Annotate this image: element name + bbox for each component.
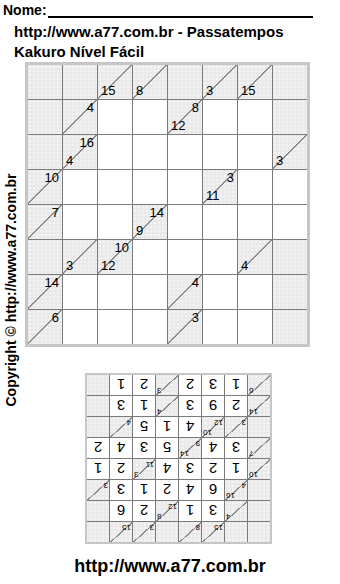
across-clue: 6 xyxy=(52,311,59,325)
solution-cell-r6c3: 1012 xyxy=(202,417,224,437)
solution-cell-r4c6: 311 xyxy=(133,459,155,479)
puzzle-cell-r5c8[interactable] xyxy=(273,205,307,239)
solution-cell-r5c4: 149 xyxy=(179,438,201,458)
kakuro-puzzle-grid: 1583154812164310311714931012414463 xyxy=(25,62,310,347)
solution-cell-r6c7: 4 xyxy=(110,417,132,437)
solution-cell-r8c2: 1 xyxy=(225,375,247,395)
across-clue: 4 xyxy=(192,276,199,290)
puzzle-cell-r2c1 xyxy=(28,100,62,134)
down-clue: 4 xyxy=(127,418,131,426)
puzzle-cell-r2c8 xyxy=(273,100,307,134)
solution-digit: 4 xyxy=(202,438,224,458)
solution-digit: 3 xyxy=(179,396,201,416)
solution-cell-r8c7: 1 xyxy=(110,375,132,395)
puzzle-cell-r4c6: 311 xyxy=(203,170,237,204)
puzzle-cell-r8c4[interactable] xyxy=(133,310,167,344)
solution-cell-r3c2: 164 xyxy=(225,480,247,500)
solution-digit: 6 xyxy=(202,480,224,500)
solution-cell-r8c6: 2 xyxy=(133,375,155,395)
solution-cell-r2c7: 6 xyxy=(110,501,132,521)
solution-digit: 3 xyxy=(110,480,132,500)
puzzle-cell-r4c3[interactable] xyxy=(98,170,132,204)
solution-digit: 2 xyxy=(133,501,155,521)
puzzle-cell-r1c5 xyxy=(168,65,202,99)
down-clue: 11 xyxy=(146,460,154,468)
down-clue: 8 xyxy=(136,84,143,98)
down-clue: 15 xyxy=(101,84,115,98)
across-clue: 4 xyxy=(157,407,161,415)
solution-cell-r1c2 xyxy=(225,522,247,542)
solution-digit: 3 xyxy=(225,438,247,458)
solution-digit: 2 xyxy=(110,459,132,479)
puzzle-cell-r7c1: 14 xyxy=(28,275,62,309)
solution-digit: 3 xyxy=(133,438,155,458)
solution-cell-r6c1 xyxy=(248,417,270,437)
puzzle-cell-r2c2: 4 xyxy=(63,100,97,134)
puzzle-cell-r4c8[interactable] xyxy=(273,170,307,204)
down-clue: 4 xyxy=(242,481,246,489)
puzzle-cell-r1c4: 8 xyxy=(133,65,167,99)
puzzle-cell-r3c7[interactable] xyxy=(238,135,272,169)
puzzle-cell-r8c8 xyxy=(273,310,307,344)
solution-cell-r5c1: 7 xyxy=(248,438,270,458)
solution-digit: 1 xyxy=(179,501,201,521)
down-clue: 12 xyxy=(168,502,177,510)
puzzle-cell-r4c7[interactable] xyxy=(238,170,272,204)
puzzle-cell-r5c5[interactable] xyxy=(168,205,202,239)
solution-cell-r2c8 xyxy=(87,501,109,521)
solution-digit: 2 xyxy=(156,480,178,500)
kakuro-solution-grid: 1583154318122616464213310123431121734149… xyxy=(85,373,272,544)
solution-cell-r1c7: 15 xyxy=(110,522,132,542)
solution-cell-r5c5: 5 xyxy=(156,438,178,458)
puzzle-cell-r6c4[interactable] xyxy=(133,240,167,274)
solution-digit: 2 xyxy=(179,375,201,395)
solution-cell-r3c7: 3 xyxy=(110,480,132,500)
copyright-vertical-text: Copyright © http://www.a77.com.br xyxy=(3,173,19,406)
across-clue: 16 xyxy=(226,491,235,499)
solution-digit: 2 xyxy=(225,396,247,416)
solution-cell-r5c6: 3 xyxy=(133,438,155,458)
down-clue: 15 xyxy=(241,84,255,98)
solution-digit: 1 xyxy=(133,480,155,500)
solution-cell-r6c5: 1 xyxy=(156,417,178,437)
solution-cell-r2c1 xyxy=(248,501,270,521)
solution-digit: 3 xyxy=(110,396,132,416)
solution-cell-r4c3: 2 xyxy=(202,459,224,479)
solution-cell-r2c4: 1 xyxy=(179,501,201,521)
solution-digit: 4 xyxy=(110,438,132,458)
puzzle-cell-r5c2[interactable] xyxy=(63,205,97,239)
puzzle-cell-r6c7: 4 xyxy=(238,240,272,274)
down-clue: 8 xyxy=(196,523,200,531)
puzzle-cell-r6c6[interactable] xyxy=(203,240,237,274)
solution-cell-r3c1 xyxy=(248,480,270,500)
puzzle-cell-r4c5[interactable] xyxy=(168,170,202,204)
puzzle-cell-r3c6[interactable] xyxy=(203,135,237,169)
puzzle-cell-r4c4[interactable] xyxy=(133,170,167,204)
across-clue: 6 xyxy=(249,386,253,394)
solution-cell-r5c2: 3 xyxy=(225,438,247,458)
puzzle-cell-r1c2 xyxy=(63,65,97,99)
puzzle-cell-r5c3[interactable] xyxy=(98,205,132,239)
solution-cell-r2c6: 2 xyxy=(133,501,155,521)
across-clue: 3 xyxy=(134,470,138,478)
puzzle-cell-r3c5[interactable] xyxy=(168,135,202,169)
solution-digit: 5 xyxy=(133,417,155,437)
solution-cell-r1c6: 3 xyxy=(133,522,155,542)
puzzle-cell-r8c3[interactable] xyxy=(98,310,132,344)
down-clue: 3 xyxy=(242,418,246,426)
puzzle-cell-r3c1 xyxy=(28,135,62,169)
solution-digit: 5 xyxy=(156,438,178,458)
solution-cell-r8c4: 2 xyxy=(179,375,201,395)
solution-cell-r5c3: 4 xyxy=(202,438,224,458)
across-clue: 3 xyxy=(192,311,199,325)
solution-cell-r4c1: 10 xyxy=(248,459,270,479)
solution-digit: 1 xyxy=(156,417,178,437)
down-clue: 9 xyxy=(136,224,143,238)
solution-cell-r7c1: 14 xyxy=(248,396,270,416)
puzzle-cell-r3c2: 164 xyxy=(63,135,97,169)
solution-cell-r4c5: 4 xyxy=(156,459,178,479)
solution-digit: 1 xyxy=(225,375,247,395)
puzzle-cell-r2c5: 812 xyxy=(168,100,202,134)
across-clue: 14 xyxy=(180,449,189,457)
solution-digit: 2 xyxy=(87,438,109,458)
solution-digit: 1 xyxy=(110,375,132,395)
puzzle-cell-r7c5: 4 xyxy=(168,275,202,309)
solution-digit: 2 xyxy=(133,375,155,395)
puzzle-cell-r8c5: 3 xyxy=(168,310,202,344)
name-underline xyxy=(48,2,313,18)
down-clue: 4 xyxy=(241,259,248,273)
puzzle-cell-r5c1: 7 xyxy=(28,205,62,239)
across-clue: 4 xyxy=(87,101,94,115)
puzzle-cell-r7c2[interactable] xyxy=(63,275,97,309)
puzzle-cell-r3c8: 3 xyxy=(273,135,307,169)
across-clue: 14 xyxy=(45,276,59,290)
across-clue: 10 xyxy=(115,241,129,255)
puzzle-cell-r8c7[interactable] xyxy=(238,310,272,344)
solution-cell-r2c2: 4 xyxy=(225,501,247,521)
puzzle-cell-r2c4[interactable] xyxy=(133,100,167,134)
down-clue: 3 xyxy=(150,523,154,531)
puzzle-cell-r7c4[interactable] xyxy=(133,275,167,309)
solution-cell-r7c8 xyxy=(87,396,109,416)
puzzle-cell-r7c6[interactable] xyxy=(203,275,237,309)
puzzle-cell-r6c5[interactable] xyxy=(168,240,202,274)
puzzle-cell-r8c6[interactable] xyxy=(203,310,237,344)
solution-cell-r3c6: 1 xyxy=(133,480,155,500)
across-clue: 3 xyxy=(157,386,161,394)
solution-digit: 4 xyxy=(156,459,178,479)
solution-cell-r7c7: 3 xyxy=(110,396,132,416)
across-clue: 7 xyxy=(52,206,59,220)
solution-digit: 9 xyxy=(202,396,224,416)
solution-cell-r8c5: 3 xyxy=(156,375,178,395)
solution-cell-r7c6: 1 xyxy=(133,396,155,416)
solution-cell-r1c3: 15 xyxy=(202,522,224,542)
solution-cell-r7c3: 9 xyxy=(202,396,224,416)
puzzle-cell-r6c2: 3 xyxy=(63,240,97,274)
solution-digit: 2 xyxy=(202,459,224,479)
puzzle-cell-r4c2[interactable] xyxy=(63,170,97,204)
puzzle-cell-r7c7[interactable] xyxy=(238,275,272,309)
solution-cell-r7c4: 3 xyxy=(179,396,201,416)
solution-digit: 4 xyxy=(179,417,201,437)
across-clue: 4 xyxy=(226,512,230,520)
solution-cell-r4c4: 3 xyxy=(179,459,201,479)
puzzle-cell-r2c6[interactable] xyxy=(203,100,237,134)
solution-digit: 1 xyxy=(87,459,109,479)
solution-digit: 1 xyxy=(225,459,247,479)
solution-digit: 3 xyxy=(202,375,224,395)
across-clue: 8 xyxy=(192,101,199,115)
puzzle-cell-r5c7[interactable] xyxy=(238,205,272,239)
solution-digit: 3 xyxy=(179,459,201,479)
down-clue: 3 xyxy=(104,481,108,489)
down-clue: 15 xyxy=(214,523,223,531)
puzzle-cell-r5c6[interactable] xyxy=(203,205,237,239)
across-clue: 16 xyxy=(80,136,94,150)
solution-cell-r5c8: 2 xyxy=(87,438,109,458)
puzzle-cell-r4c1: 10 xyxy=(28,170,62,204)
solution-cell-r8c8 xyxy=(87,375,109,395)
puzzle-cell-r5c4: 149 xyxy=(133,205,167,239)
solution-digit: 4 xyxy=(179,480,201,500)
across-clue: 8 xyxy=(157,512,161,520)
solution-cell-r5c7: 4 xyxy=(110,438,132,458)
puzzle-cell-r6c8 xyxy=(273,240,307,274)
puzzle-cell-r1c7: 15 xyxy=(238,65,272,99)
puzzle-cell-r7c8 xyxy=(273,275,307,309)
down-clue: 4 xyxy=(66,154,73,168)
solution-cell-r3c3: 6 xyxy=(202,480,224,500)
solution-cell-r7c2: 2 xyxy=(225,396,247,416)
across-clue: 10 xyxy=(203,428,212,436)
across-clue: 7 xyxy=(249,449,253,457)
name-row: Nome: xyxy=(3,2,313,18)
solution-cell-r4c8: 1 xyxy=(87,459,109,479)
down-clue: 12 xyxy=(171,119,185,133)
solution-digit: 3 xyxy=(202,501,224,521)
solution-cell-r8c3: 3 xyxy=(202,375,224,395)
solution-cell-r6c4: 4 xyxy=(179,417,201,437)
down-clue: 12 xyxy=(101,259,115,273)
solution-cell-r6c8 xyxy=(87,417,109,437)
puzzle-cell-r3c3[interactable] xyxy=(98,135,132,169)
solution-cell-r4c2: 1 xyxy=(225,459,247,479)
across-clue: 3 xyxy=(227,171,234,185)
down-clue: 15 xyxy=(122,523,131,531)
solution-cell-r1c1 xyxy=(248,522,270,542)
name-label: Nome: xyxy=(3,2,47,18)
solution-cell-r3c4: 4 xyxy=(179,480,201,500)
puzzle-cell-r1c3: 15 xyxy=(98,65,132,99)
solution-cell-r4c7: 2 xyxy=(110,459,132,479)
solution-cell-r3c5: 2 xyxy=(156,480,178,500)
solution-cell-r3c8: 3 xyxy=(87,480,109,500)
puzzle-cell-r6c3: 1012 xyxy=(98,240,132,274)
down-clue: 12 xyxy=(214,418,223,426)
down-clue: 3 xyxy=(66,259,73,273)
puzzle-cell-r2c3[interactable] xyxy=(98,100,132,134)
down-clue: 3 xyxy=(276,154,283,168)
solution-cell-r1c4: 8 xyxy=(179,522,201,542)
down-clue: 11 xyxy=(206,189,220,203)
solution-cell-r2c3: 3 xyxy=(202,501,224,521)
footer-url: http://www.a77.com.br xyxy=(0,556,340,577)
puzzle-title: Kakuro Nível Fácil xyxy=(14,43,144,60)
solution-cell-r6c2: 3 xyxy=(225,417,247,437)
solution-cell-r8c1: 6 xyxy=(248,375,270,395)
puzzle-cell-r1c6: 3 xyxy=(203,65,237,99)
across-clue: 10 xyxy=(45,171,59,185)
solution-digit: 6 xyxy=(110,501,132,521)
puzzle-cell-r1c8 xyxy=(273,65,307,99)
puzzle-cell-r1c1 xyxy=(28,65,62,99)
down-clue: 3 xyxy=(206,84,213,98)
puzzle-cell-r6c1 xyxy=(28,240,62,274)
puzzle-cell-r3c4[interactable] xyxy=(133,135,167,169)
puzzle-cell-r8c1: 6 xyxy=(28,310,62,344)
puzzle-cell-r7c3[interactable] xyxy=(98,275,132,309)
solution-cell-r1c8 xyxy=(87,522,109,542)
puzzle-cell-r8c2[interactable] xyxy=(63,310,97,344)
solution-cell-r7c5: 4 xyxy=(156,396,178,416)
site-title: http://www.a77.com.br - Passatempos xyxy=(14,23,284,40)
solution-cell-r2c5: 812 xyxy=(156,501,178,521)
solution-cell-r1c5 xyxy=(156,522,178,542)
puzzle-cell-r2c7[interactable] xyxy=(238,100,272,134)
across-clue: 14 xyxy=(249,407,258,415)
solution-cell-r6c6: 5 xyxy=(133,417,155,437)
solution-digit: 1 xyxy=(133,396,155,416)
down-clue: 9 xyxy=(196,439,200,447)
across-clue: 10 xyxy=(249,470,258,478)
across-clue: 14 xyxy=(150,206,164,220)
